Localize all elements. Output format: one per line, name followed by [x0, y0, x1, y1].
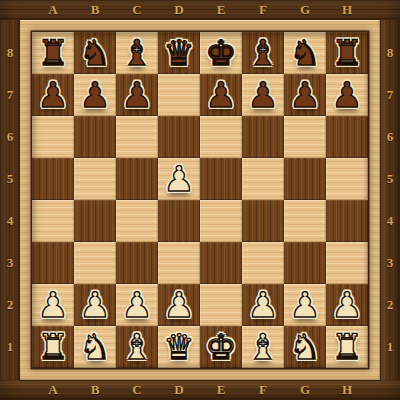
square-h8[interactable]: ♜ — [326, 32, 368, 74]
square-e2[interactable] — [200, 284, 242, 326]
frame-top — [0, 0, 400, 20]
square-d4[interactable] — [158, 200, 200, 242]
square-a4[interactable] — [32, 200, 74, 242]
square-g2[interactable]: ♟ — [284, 284, 326, 326]
square-b8[interactable]: ♞ — [74, 32, 116, 74]
square-f3[interactable] — [242, 242, 284, 284]
square-b5[interactable] — [74, 158, 116, 200]
square-c8[interactable]: ♝ — [116, 32, 158, 74]
black-pawn[interactable]: ♟ — [289, 78, 320, 113]
white-pawn[interactable]: ♟ — [37, 288, 68, 323]
square-c1[interactable]: ♝ — [116, 326, 158, 368]
black-pawn[interactable]: ♟ — [205, 78, 236, 113]
black-pawn[interactable]: ♟ — [121, 78, 152, 113]
square-g3[interactable] — [284, 242, 326, 284]
square-h7[interactable]: ♟ — [326, 74, 368, 116]
square-f8[interactable]: ♝ — [242, 32, 284, 74]
square-e6[interactable] — [200, 116, 242, 158]
white-knight[interactable]: ♞ — [79, 330, 110, 365]
black-pawn[interactable]: ♟ — [37, 78, 68, 113]
square-g4[interactable] — [284, 200, 326, 242]
square-c7[interactable]: ♟ — [116, 74, 158, 116]
square-a7[interactable]: ♟ — [32, 74, 74, 116]
frame-bottom — [0, 380, 400, 400]
chess-app: ABCDEFGH ABCDEFGH 87654321 87654321 ♜♞♝♛… — [0, 0, 400, 400]
black-rook[interactable]: ♜ — [37, 36, 68, 71]
white-pawn[interactable]: ♟ — [163, 288, 194, 323]
square-b3[interactable] — [74, 242, 116, 284]
black-bishop[interactable]: ♝ — [247, 36, 278, 71]
square-d2[interactable]: ♟ — [158, 284, 200, 326]
square-c3[interactable] — [116, 242, 158, 284]
square-d8[interactable]: ♛ — [158, 32, 200, 74]
square-d5[interactable]: ♟ — [158, 158, 200, 200]
square-h3[interactable] — [326, 242, 368, 284]
square-c6[interactable] — [116, 116, 158, 158]
black-knight[interactable]: ♞ — [289, 36, 320, 71]
frame-left — [0, 20, 20, 380]
square-f1[interactable]: ♝ — [242, 326, 284, 368]
frame-right — [380, 20, 400, 380]
white-pawn[interactable]: ♟ — [163, 162, 194, 197]
black-pawn[interactable]: ♟ — [331, 78, 362, 113]
square-b6[interactable] — [74, 116, 116, 158]
black-bishop[interactable]: ♝ — [121, 36, 152, 71]
square-h1[interactable]: ♜ — [326, 326, 368, 368]
square-b2[interactable]: ♟ — [74, 284, 116, 326]
square-h4[interactable] — [326, 200, 368, 242]
white-pawn[interactable]: ♟ — [331, 288, 362, 323]
white-bishop[interactable]: ♝ — [121, 330, 152, 365]
white-king[interactable]: ♚ — [205, 330, 236, 365]
square-f6[interactable] — [242, 116, 284, 158]
square-h2[interactable]: ♟ — [326, 284, 368, 326]
white-knight[interactable]: ♞ — [289, 330, 320, 365]
square-g8[interactable]: ♞ — [284, 32, 326, 74]
square-d7[interactable] — [158, 74, 200, 116]
square-e1[interactable]: ♚ — [200, 326, 242, 368]
square-b4[interactable] — [74, 200, 116, 242]
square-c4[interactable] — [116, 200, 158, 242]
square-e8[interactable]: ♚ — [200, 32, 242, 74]
square-e4[interactable] — [200, 200, 242, 242]
square-g6[interactable] — [284, 116, 326, 158]
chess-board[interactable]: ♜♞♝♛♚♝♞♜♟♟♟♟♟♟♟♟♟♟♟♟♟♟♟♜♞♝♛♚♝♞♜ — [32, 32, 368, 368]
square-a2[interactable]: ♟ — [32, 284, 74, 326]
square-f7[interactable]: ♟ — [242, 74, 284, 116]
black-knight[interactable]: ♞ — [79, 36, 110, 71]
square-d3[interactable] — [158, 242, 200, 284]
square-e3[interactable] — [200, 242, 242, 284]
square-g7[interactable]: ♟ — [284, 74, 326, 116]
white-rook[interactable]: ♜ — [37, 330, 68, 365]
square-d6[interactable] — [158, 116, 200, 158]
square-e7[interactable]: ♟ — [200, 74, 242, 116]
square-c5[interactable] — [116, 158, 158, 200]
square-h5[interactable] — [326, 158, 368, 200]
square-a8[interactable]: ♜ — [32, 32, 74, 74]
square-a3[interactable] — [32, 242, 74, 284]
white-pawn[interactable]: ♟ — [289, 288, 320, 323]
square-a1[interactable]: ♜ — [32, 326, 74, 368]
square-e5[interactable] — [200, 158, 242, 200]
square-b1[interactable]: ♞ — [74, 326, 116, 368]
white-rook[interactable]: ♜ — [331, 330, 362, 365]
black-queen[interactable]: ♛ — [163, 36, 194, 71]
white-pawn[interactable]: ♟ — [247, 288, 278, 323]
square-g5[interactable] — [284, 158, 326, 200]
white-pawn[interactable]: ♟ — [79, 288, 110, 323]
black-pawn[interactable]: ♟ — [79, 78, 110, 113]
square-c2[interactable]: ♟ — [116, 284, 158, 326]
square-a5[interactable] — [32, 158, 74, 200]
square-g1[interactable]: ♞ — [284, 326, 326, 368]
square-f2[interactable]: ♟ — [242, 284, 284, 326]
square-h6[interactable] — [326, 116, 368, 158]
black-rook[interactable]: ♜ — [331, 36, 362, 71]
square-a6[interactable] — [32, 116, 74, 158]
square-f4[interactable] — [242, 200, 284, 242]
black-pawn[interactable]: ♟ — [247, 78, 278, 113]
square-f5[interactable] — [242, 158, 284, 200]
white-queen[interactable]: ♛ — [163, 330, 194, 365]
white-pawn[interactable]: ♟ — [121, 288, 152, 323]
square-d1[interactable]: ♛ — [158, 326, 200, 368]
white-bishop[interactable]: ♝ — [247, 330, 278, 365]
square-b7[interactable]: ♟ — [74, 74, 116, 116]
black-king[interactable]: ♚ — [205, 36, 236, 71]
